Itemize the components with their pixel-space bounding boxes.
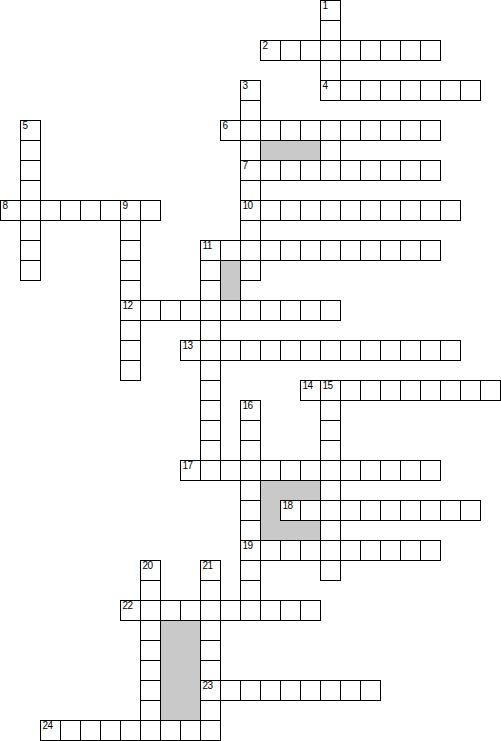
shaded-region bbox=[160, 620, 201, 721]
cell-r25-c17[interactable] bbox=[340, 500, 361, 521]
cell-r34-c12[interactable] bbox=[240, 680, 261, 701]
clue-number: 2 bbox=[263, 41, 268, 51]
crossword-puzzle: 123456789101112131415161718192021222324 bbox=[0, 0, 501, 741]
clue-number: 18 bbox=[283, 501, 293, 511]
cell-r3-c16[interactable] bbox=[320, 60, 341, 81]
cell-r10-c20[interactable] bbox=[400, 200, 421, 221]
cell-r2-c19[interactable] bbox=[380, 40, 401, 61]
cell-r33-c10[interactable] bbox=[200, 660, 221, 681]
cell-r12-c13[interactable] bbox=[260, 240, 281, 261]
cell-r17-c11[interactable] bbox=[220, 340, 241, 361]
cell-r12-c10[interactable]: 11 bbox=[200, 240, 221, 261]
cell-r6-c11[interactable]: 6 bbox=[220, 120, 241, 141]
cell-r17-c13[interactable] bbox=[260, 340, 281, 361]
cell-r17-c20[interactable] bbox=[400, 340, 421, 361]
cell-r4-c18[interactable] bbox=[360, 80, 381, 101]
cell-r2-c16[interactable] bbox=[320, 40, 341, 61]
cell-r6-c13[interactable] bbox=[260, 120, 281, 141]
cell-r22-c10[interactable] bbox=[200, 440, 221, 461]
clue-number: 19 bbox=[243, 541, 253, 551]
cell-r34-c15[interactable] bbox=[300, 680, 321, 701]
cell-r35-c10[interactable] bbox=[200, 700, 221, 721]
cell-r12-c16[interactable] bbox=[320, 240, 341, 261]
cell-r36-c6[interactable] bbox=[120, 720, 141, 741]
cell-r2-c18[interactable] bbox=[360, 40, 381, 61]
cell-r10-c5[interactable] bbox=[100, 200, 121, 221]
clue-number: 14 bbox=[303, 381, 313, 391]
cell-r23-c15[interactable] bbox=[300, 460, 321, 481]
cell-r9-c12[interactable] bbox=[240, 180, 261, 201]
cell-r2-c14[interactable] bbox=[280, 40, 301, 61]
cell-r27-c19[interactable] bbox=[380, 540, 401, 561]
cell-r28-c16[interactable] bbox=[320, 560, 341, 581]
clue-number: 17 bbox=[183, 461, 193, 471]
cell-r32-c7[interactable] bbox=[140, 640, 161, 661]
clue-number: 7 bbox=[243, 161, 248, 171]
cell-r6-c12[interactable] bbox=[240, 120, 261, 141]
cell-r6-c21[interactable] bbox=[420, 120, 441, 141]
cell-r19-c19[interactable] bbox=[380, 380, 401, 401]
crossword-board: 123456789101112131415161718192021222324 bbox=[0, 0, 501, 741]
cell-r26-c16[interactable] bbox=[320, 520, 341, 541]
cell-r20-c10[interactable] bbox=[200, 400, 221, 421]
cell-r10-c6[interactable]: 9 bbox=[120, 200, 141, 221]
cell-r25-c16[interactable] bbox=[320, 500, 341, 521]
cell-r4-c19[interactable] bbox=[380, 80, 401, 101]
cell-r17-c18[interactable] bbox=[360, 340, 381, 361]
cell-r8-c18[interactable] bbox=[360, 160, 381, 181]
clue-number: 5 bbox=[23, 121, 28, 131]
cell-r29-c7[interactable] bbox=[140, 580, 161, 601]
cell-r23-c19[interactable] bbox=[380, 460, 401, 481]
cell-r12-c21[interactable] bbox=[420, 240, 441, 261]
cell-r17-c16[interactable] bbox=[320, 340, 341, 361]
cell-r4-c22[interactable] bbox=[440, 80, 461, 101]
cell-r27-c18[interactable] bbox=[360, 540, 381, 561]
cell-r19-c21[interactable] bbox=[420, 380, 441, 401]
cell-r15-c14[interactable] bbox=[280, 300, 301, 321]
cell-r30-c6[interactable]: 22 bbox=[120, 600, 141, 621]
cell-r30-c7[interactable] bbox=[140, 600, 161, 621]
cell-r34-c11[interactable] bbox=[220, 680, 241, 701]
cell-r29-c12[interactable] bbox=[240, 580, 261, 601]
cell-r12-c14[interactable] bbox=[280, 240, 301, 261]
cell-r10-c2[interactable] bbox=[40, 200, 61, 221]
cell-r23-c17[interactable] bbox=[340, 460, 361, 481]
cell-r25-c20[interactable] bbox=[400, 500, 421, 521]
cell-r19-c17[interactable] bbox=[340, 380, 361, 401]
cell-r23-c10[interactable] bbox=[200, 460, 221, 481]
cell-r34-c7[interactable] bbox=[140, 680, 161, 701]
clue-number: 10 bbox=[243, 201, 253, 211]
cell-r19-c10[interactable] bbox=[200, 380, 221, 401]
cell-r34-c10[interactable]: 23 bbox=[200, 680, 221, 701]
cell-r27-c16[interactable] bbox=[320, 540, 341, 561]
cell-r36-c4[interactable] bbox=[80, 720, 101, 741]
cell-r27-c13[interactable] bbox=[260, 540, 281, 561]
cell-r17-c17[interactable] bbox=[340, 340, 361, 361]
cell-r12-c12[interactable] bbox=[240, 240, 261, 261]
cell-r13-c12[interactable] bbox=[240, 260, 261, 281]
shaded-region bbox=[260, 480, 321, 501]
cell-r17-c12[interactable] bbox=[240, 340, 261, 361]
cell-r12-c19[interactable] bbox=[380, 240, 401, 261]
cell-r10-c7[interactable] bbox=[140, 200, 161, 221]
clue-number: 24 bbox=[43, 721, 53, 731]
cell-r6-c1[interactable]: 5 bbox=[20, 120, 41, 141]
cell-r16-c6[interactable] bbox=[120, 320, 141, 341]
cell-r2-c21[interactable] bbox=[420, 40, 441, 61]
cell-r17-c14[interactable] bbox=[280, 340, 301, 361]
cell-r10-c0[interactable]: 8 bbox=[0, 200, 21, 221]
shaded-region bbox=[220, 260, 241, 301]
cell-r8-c13[interactable] bbox=[260, 160, 281, 181]
cell-r8-c21[interactable] bbox=[420, 160, 441, 181]
cell-r10-c1[interactable] bbox=[20, 200, 41, 221]
cell-r30-c15[interactable] bbox=[300, 600, 321, 621]
cell-r35-c7[interactable] bbox=[140, 700, 161, 721]
cell-r11-c12[interactable] bbox=[240, 220, 261, 241]
clue-number: 6 bbox=[223, 121, 228, 131]
cell-r12-c6[interactable] bbox=[120, 240, 141, 261]
cell-r1-c16[interactable] bbox=[320, 20, 341, 41]
cell-r17-c10[interactable] bbox=[200, 340, 221, 361]
cell-r30-c13[interactable] bbox=[260, 600, 281, 621]
cell-r17-c19[interactable] bbox=[380, 340, 401, 361]
cell-r8-c17[interactable] bbox=[340, 160, 361, 181]
cell-r20-c12[interactable]: 16 bbox=[240, 400, 261, 421]
clue-number: 22 bbox=[123, 601, 133, 611]
clue-number: 4 bbox=[323, 81, 328, 91]
cell-r4-c12[interactable]: 3 bbox=[240, 80, 261, 101]
cell-r15-c16[interactable] bbox=[320, 300, 341, 321]
cell-r34-c18[interactable] bbox=[360, 680, 381, 701]
cell-r15-c12[interactable] bbox=[240, 300, 261, 321]
cell-r17-c9[interactable]: 13 bbox=[180, 340, 201, 361]
cell-r8-c20[interactable] bbox=[400, 160, 421, 181]
cell-r14-c10[interactable] bbox=[200, 280, 221, 301]
cell-r36-c2[interactable]: 24 bbox=[40, 720, 61, 741]
cell-r23-c9[interactable]: 17 bbox=[180, 460, 201, 481]
cell-r10-c18[interactable] bbox=[360, 200, 381, 221]
cell-r5-c12[interactable] bbox=[240, 100, 261, 121]
cell-r19-c20[interactable] bbox=[400, 380, 421, 401]
cell-r15-c9[interactable] bbox=[180, 300, 201, 321]
cell-r19-c18[interactable] bbox=[360, 380, 381, 401]
cell-r10-c19[interactable] bbox=[380, 200, 401, 221]
cell-r2-c17[interactable] bbox=[340, 40, 361, 61]
clue-number: 20 bbox=[143, 561, 153, 571]
cell-r10-c3[interactable] bbox=[60, 200, 81, 221]
cell-r12-c15[interactable] bbox=[300, 240, 321, 261]
cell-r25-c23[interactable] bbox=[460, 500, 481, 521]
cell-r6-c18[interactable] bbox=[360, 120, 381, 141]
cell-r11-c1[interactable] bbox=[20, 220, 41, 241]
clue-number: 15 bbox=[323, 381, 333, 391]
clue-number: 9 bbox=[123, 201, 128, 211]
cell-r19-c23[interactable] bbox=[460, 380, 481, 401]
cell-r12-c11[interactable] bbox=[220, 240, 241, 261]
cell-r36-c8[interactable] bbox=[160, 720, 181, 741]
cell-r23-c11[interactable] bbox=[220, 460, 241, 481]
cell-r2-c13[interactable]: 2 bbox=[260, 40, 281, 61]
cell-r10-c15[interactable] bbox=[300, 200, 321, 221]
cell-r6-c14[interactable] bbox=[280, 120, 301, 141]
clue-number: 11 bbox=[203, 241, 212, 251]
cell-r36-c5[interactable] bbox=[100, 720, 121, 741]
cell-r29-c10[interactable] bbox=[200, 580, 221, 601]
cell-r12-c17[interactable] bbox=[340, 240, 361, 261]
cell-r28-c7[interactable]: 20 bbox=[140, 560, 161, 581]
cell-r25-c15[interactable] bbox=[300, 500, 321, 521]
cell-r2-c15[interactable] bbox=[300, 40, 321, 61]
cell-r0-c16[interactable]: 1 bbox=[320, 0, 341, 21]
cell-r30-c10[interactable] bbox=[200, 600, 221, 621]
cell-r6-c17[interactable] bbox=[340, 120, 361, 141]
cell-r8-c15[interactable] bbox=[300, 160, 321, 181]
clue-number: 8 bbox=[3, 201, 8, 211]
clue-number: 1 bbox=[323, 1, 328, 11]
cell-r21-c10[interactable] bbox=[200, 420, 221, 441]
cell-r23-c14[interactable] bbox=[280, 460, 301, 481]
cell-r22-c12[interactable] bbox=[240, 440, 261, 461]
cell-r4-c16[interactable]: 4 bbox=[320, 80, 341, 101]
cell-r8-c19[interactable] bbox=[380, 160, 401, 181]
cell-r23-c18[interactable] bbox=[360, 460, 381, 481]
cell-r10-c16[interactable] bbox=[320, 200, 341, 221]
cell-r30-c12[interactable] bbox=[240, 600, 261, 621]
cell-r25-c22[interactable] bbox=[440, 500, 461, 521]
cell-r16-c10[interactable] bbox=[200, 320, 221, 341]
cell-r10-c12[interactable]: 10 bbox=[240, 200, 261, 221]
cell-r4-c23[interactable] bbox=[460, 80, 481, 101]
cell-r19-c22[interactable] bbox=[440, 380, 461, 401]
clue-number: 13 bbox=[183, 341, 193, 351]
cell-r24-c16[interactable] bbox=[320, 480, 341, 501]
cell-r26-c12[interactable] bbox=[240, 520, 261, 541]
cell-r25-c19[interactable] bbox=[380, 500, 401, 521]
cell-r15-c13[interactable] bbox=[260, 300, 281, 321]
cell-r34-c17[interactable] bbox=[340, 680, 361, 701]
cell-r12-c1[interactable] bbox=[20, 240, 41, 261]
cell-r34-c13[interactable] bbox=[260, 680, 281, 701]
cell-r30-c8[interactable] bbox=[160, 600, 181, 621]
cell-r10-c22[interactable] bbox=[440, 200, 461, 221]
cell-r15-c7[interactable] bbox=[140, 300, 161, 321]
cell-r23-c16[interactable] bbox=[320, 460, 341, 481]
cell-r30-c9[interactable] bbox=[180, 600, 201, 621]
cell-r18-c10[interactable] bbox=[200, 360, 221, 381]
cell-r8-c16[interactable] bbox=[320, 160, 341, 181]
cell-r12-c20[interactable] bbox=[400, 240, 421, 261]
cell-r14-c6[interactable] bbox=[120, 280, 141, 301]
cell-r10-c17[interactable] bbox=[340, 200, 361, 221]
cell-r11-c6[interactable] bbox=[120, 220, 141, 241]
cell-r31-c10[interactable] bbox=[200, 620, 221, 641]
cell-r10-c4[interactable] bbox=[80, 200, 101, 221]
cell-r8-c1[interactable] bbox=[20, 160, 41, 181]
cell-r30-c11[interactable] bbox=[220, 600, 241, 621]
shaded-region bbox=[260, 520, 321, 541]
cell-r15-c6[interactable]: 12 bbox=[120, 300, 141, 321]
cell-r6-c19[interactable] bbox=[380, 120, 401, 141]
cell-r27-c12[interactable]: 19 bbox=[240, 540, 261, 561]
cell-r13-c10[interactable] bbox=[200, 260, 221, 281]
cell-r6-c20[interactable] bbox=[400, 120, 421, 141]
cell-r7-c1[interactable] bbox=[20, 140, 41, 161]
cell-r23-c21[interactable] bbox=[420, 460, 441, 481]
cell-r25-c14[interactable]: 18 bbox=[280, 500, 301, 521]
cell-r27-c17[interactable] bbox=[340, 540, 361, 561]
cell-r2-c20[interactable] bbox=[400, 40, 421, 61]
clue-number: 21 bbox=[203, 561, 213, 571]
cell-r6-c15[interactable] bbox=[300, 120, 321, 141]
cell-r19-c16[interactable]: 15 bbox=[320, 380, 341, 401]
cell-r12-c18[interactable] bbox=[360, 240, 381, 261]
cell-r24-c12[interactable] bbox=[240, 480, 261, 501]
cell-r25-c21[interactable] bbox=[420, 500, 441, 521]
shaded-region bbox=[260, 500, 281, 521]
cell-r17-c22[interactable] bbox=[440, 340, 461, 361]
cell-r8-c14[interactable] bbox=[280, 160, 301, 181]
cell-r30-c14[interactable] bbox=[280, 600, 301, 621]
cell-r36-c3[interactable] bbox=[60, 720, 81, 741]
cell-r27-c15[interactable] bbox=[300, 540, 321, 561]
shaded-region bbox=[260, 140, 321, 161]
cell-r27-c14[interactable] bbox=[280, 540, 301, 561]
cell-r4-c21[interactable] bbox=[420, 80, 441, 101]
cell-r17-c6[interactable] bbox=[120, 340, 141, 361]
cell-r8-c12[interactable]: 7 bbox=[240, 160, 261, 181]
cell-r27-c20[interactable] bbox=[400, 540, 421, 561]
clue-number: 3 bbox=[243, 81, 248, 91]
cell-r21-c16[interactable] bbox=[320, 420, 341, 441]
cell-r28-c10[interactable]: 21 bbox=[200, 560, 221, 581]
cell-r15-c11[interactable] bbox=[220, 300, 241, 321]
cell-r10-c14[interactable] bbox=[280, 200, 301, 221]
cell-r23-c13[interactable] bbox=[260, 460, 281, 481]
cell-r13-c1[interactable] bbox=[20, 260, 41, 281]
cell-r7-c12[interactable] bbox=[240, 140, 261, 161]
cell-r15-c8[interactable] bbox=[160, 300, 181, 321]
cell-r32-c10[interactable] bbox=[200, 640, 221, 661]
cell-r15-c15[interactable] bbox=[300, 300, 321, 321]
cell-r10-c13[interactable] bbox=[260, 200, 281, 221]
cell-r19-c15[interactable]: 14 bbox=[300, 380, 321, 401]
cell-r17-c15[interactable] bbox=[300, 340, 321, 361]
cell-r4-c20[interactable] bbox=[400, 80, 421, 101]
cell-r17-c21[interactable] bbox=[420, 340, 441, 361]
cell-r36-c7[interactable] bbox=[140, 720, 161, 741]
cell-r34-c16[interactable] bbox=[320, 680, 341, 701]
cell-r27-c21[interactable] bbox=[420, 540, 441, 561]
cell-r10-c21[interactable] bbox=[420, 200, 441, 221]
cell-r15-c10[interactable] bbox=[200, 300, 221, 321]
cell-r20-c16[interactable] bbox=[320, 400, 341, 421]
cell-r36-c9[interactable] bbox=[180, 720, 201, 741]
cell-r28-c12[interactable] bbox=[240, 560, 261, 581]
cell-r19-c24[interactable] bbox=[480, 380, 501, 401]
cell-r22-c16[interactable] bbox=[320, 440, 341, 461]
cell-r34-c14[interactable] bbox=[280, 680, 301, 701]
cell-r33-c7[interactable] bbox=[140, 660, 161, 681]
cell-r21-c12[interactable] bbox=[240, 420, 261, 441]
cell-r18-c6[interactable] bbox=[120, 360, 141, 381]
clue-number: 12 bbox=[123, 301, 133, 311]
cell-r7-c16[interactable] bbox=[320, 140, 341, 161]
cell-r9-c1[interactable] bbox=[20, 180, 41, 201]
clue-number: 23 bbox=[203, 681, 213, 691]
cell-r23-c20[interactable] bbox=[400, 460, 421, 481]
clue-number: 16 bbox=[243, 401, 253, 411]
cell-r23-c12[interactable] bbox=[240, 460, 261, 481]
cell-r6-c16[interactable] bbox=[320, 120, 341, 141]
cell-r13-c6[interactable] bbox=[120, 260, 141, 281]
cell-r4-c17[interactable] bbox=[340, 80, 361, 101]
cell-r31-c7[interactable] bbox=[140, 620, 161, 641]
cell-r25-c12[interactable] bbox=[240, 500, 261, 521]
cell-r25-c18[interactable] bbox=[360, 500, 381, 521]
cell-r36-c10[interactable] bbox=[200, 720, 221, 741]
